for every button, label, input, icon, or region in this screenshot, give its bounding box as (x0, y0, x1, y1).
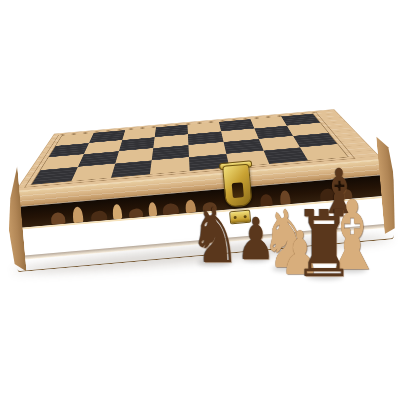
chess-box-scene: ♝ ♞ ♟ ♞ ♟ ♝ ♜ (0, 0, 400, 400)
stored-piece (112, 204, 122, 220)
dark-rook-piece: ♜ (293, 199, 354, 291)
stored-piece (72, 206, 83, 223)
dark-pawn-piece: ♟ (237, 210, 275, 268)
stored-piece (148, 202, 157, 217)
dark-knight-piece: ♞ (190, 198, 240, 274)
